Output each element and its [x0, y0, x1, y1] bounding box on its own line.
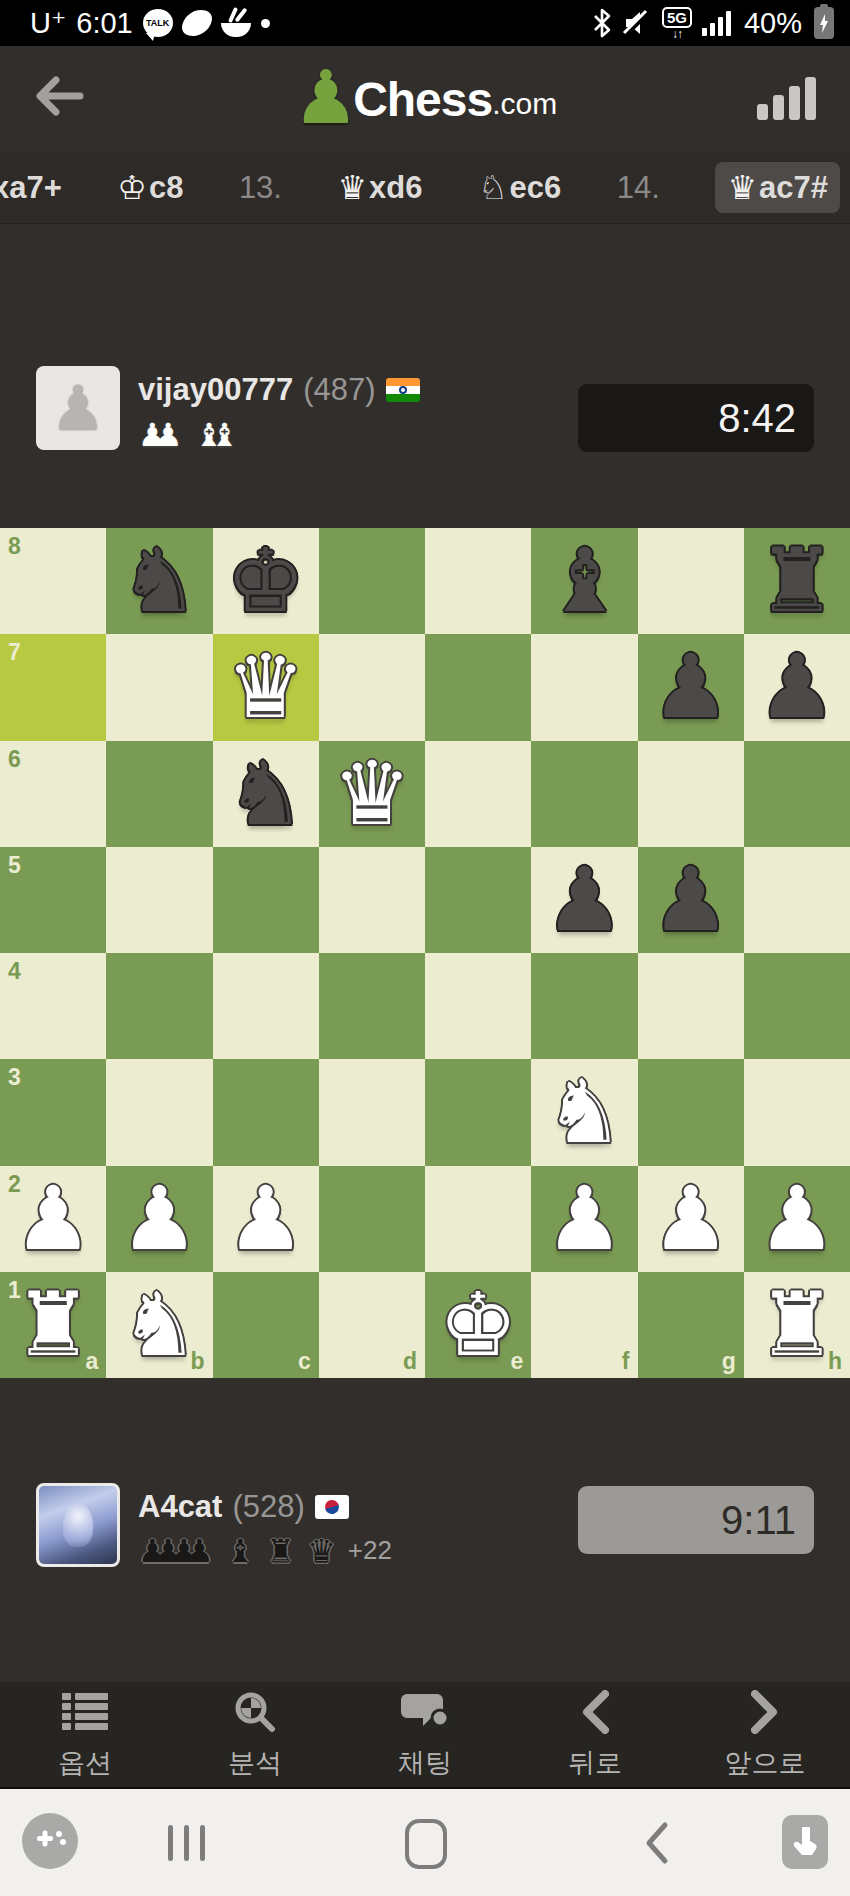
square-f8[interactable]: ♝	[531, 528, 637, 634]
square-b6[interactable]	[106, 741, 212, 847]
square-h1[interactable]: ♜h	[744, 1272, 850, 1378]
square-g8[interactable]	[638, 528, 744, 634]
swirl-notification-icon	[180, 6, 213, 39]
avatar-image	[63, 1503, 93, 1547]
piece-black-pawn[interactable]: ♟	[638, 847, 744, 953]
rank-label-3: 3	[8, 1064, 21, 1091]
piece-black-knight[interactable]: ♞	[106, 528, 212, 634]
recent-apps-button[interactable]	[168, 1825, 205, 1861]
piece-black-pawn[interactable]: ♟	[638, 634, 744, 740]
logo-text: Chess	[353, 72, 492, 127]
square-a8[interactable]: 8	[0, 528, 106, 634]
chat-bubbles-icon	[400, 1689, 450, 1735]
logo-tld-text: .com	[492, 87, 557, 121]
piece-white-pawn[interactable]: ♟	[106, 1166, 212, 1272]
square-h7[interactable]: ♟	[744, 634, 850, 740]
android-back-button[interactable]	[645, 1821, 669, 1869]
home-button[interactable]	[405, 1819, 447, 1869]
square-c6[interactable]: ♞	[213, 741, 319, 847]
move-back-button[interactable]: 뒤로	[520, 1689, 670, 1781]
food-app-notification-icon	[221, 9, 251, 37]
square-e3[interactable]	[425, 1059, 531, 1165]
file-label-f: f	[622, 1348, 630, 1375]
rank-label-5: 5	[8, 852, 21, 879]
notification-dot-icon	[261, 19, 270, 28]
square-f1[interactable]: f	[531, 1272, 637, 1378]
square-e6[interactable]	[425, 741, 531, 847]
square-c4[interactable]	[213, 953, 319, 1059]
square-g4[interactable]	[638, 953, 744, 1059]
square-e7[interactable]	[425, 634, 531, 740]
material-advantage: +22	[348, 1535, 392, 1569]
piece-black-pawn[interactable]: ♟	[531, 847, 637, 953]
square-h3[interactable]	[744, 1059, 850, 1165]
top-player-name: vijay00777	[138, 372, 293, 408]
square-a7[interactable]: 7	[0, 634, 106, 740]
file-label-b: b	[190, 1348, 204, 1375]
square-g7[interactable]: ♟	[638, 634, 744, 740]
top-player-captured-pieces: ♟♟ ♝♝	[138, 417, 239, 453]
kakaotalk-notification-icon: TALK	[143, 9, 173, 37]
square-f6[interactable]	[531, 741, 637, 847]
captured-bishop: ♝	[226, 1533, 255, 1569]
piece-white-pawn[interactable]: ♟	[638, 1166, 744, 1272]
top-player-avatar[interactable]: ♟	[36, 366, 120, 450]
rank-label-6: 6	[8, 746, 21, 773]
chat-label: 채팅	[398, 1745, 452, 1781]
captured-rook: ♜	[266, 1533, 295, 1569]
square-b2[interactable]: ♟	[106, 1166, 212, 1272]
default-pawn-avatar-icon: ♟	[50, 372, 106, 445]
square-b8[interactable]: ♞	[106, 528, 212, 634]
move-forward-button[interactable]: 앞으로	[690, 1689, 840, 1781]
square-a2[interactable]: ♟2	[0, 1166, 106, 1272]
move-back-label: 뒤로	[568, 1745, 622, 1781]
clock-time: 6:01	[76, 7, 132, 40]
square-h4[interactable]	[744, 953, 850, 1059]
bottom-player-clock: 9:11	[578, 1486, 814, 1554]
bottom-player-avatar[interactable]	[36, 1483, 120, 1567]
square-g5[interactable]: ♟	[638, 847, 744, 953]
square-a5[interactable]: 5	[0, 847, 106, 953]
bottom-player-rating: (528)	[232, 1489, 304, 1525]
game-launcher-button[interactable]	[22, 1813, 78, 1869]
piece-white-pawn[interactable]: ♟	[744, 1166, 850, 1272]
options-list-icon	[62, 1689, 108, 1735]
square-b5[interactable]	[106, 847, 212, 953]
square-f2[interactable]: ♟	[531, 1166, 637, 1272]
stats-bars-icon[interactable]	[757, 76, 816, 120]
chevron-left-icon	[581, 1689, 609, 1735]
file-label-h: h	[828, 1348, 842, 1375]
move-token[interactable]: ♘ec6	[478, 168, 561, 207]
piece-black-knight[interactable]: ♞	[213, 741, 319, 847]
move-number: 13.	[239, 170, 282, 206]
rank-label-2: 2	[8, 1171, 21, 1198]
signal-strength-icon	[702, 8, 734, 38]
piece-white-queen[interactable]: ♛	[319, 741, 425, 847]
square-h8[interactable]: ♜	[744, 528, 850, 634]
square-h5[interactable]	[744, 847, 850, 953]
square-e4[interactable]	[425, 953, 531, 1059]
piece-black-bishop[interactable]: ♝	[531, 528, 637, 634]
piece-black-pawn[interactable]: ♟	[744, 634, 850, 740]
square-d1[interactable]: d	[319, 1272, 425, 1378]
square-d6[interactable]: ♛	[319, 741, 425, 847]
square-d4[interactable]	[319, 953, 425, 1059]
square-g6[interactable]	[638, 741, 744, 847]
move-token[interactable]: xa7+	[0, 170, 62, 206]
options-button[interactable]: 옵션	[10, 1689, 160, 1781]
square-e1[interactable]: ♚e	[425, 1272, 531, 1378]
options-label: 옵션	[58, 1745, 112, 1781]
captured-queen: ♛	[307, 1533, 336, 1569]
piece-white-knight[interactable]: ♞	[531, 1059, 637, 1165]
rank-label-4: 4	[8, 958, 21, 985]
square-d2[interactable]	[319, 1166, 425, 1272]
file-label-g: g	[722, 1348, 736, 1375]
file-label-d: d	[403, 1348, 417, 1375]
square-f7[interactable]	[531, 634, 637, 740]
square-f5[interactable]: ♟	[531, 847, 637, 953]
square-e2[interactable]	[425, 1166, 531, 1272]
square-g2[interactable]: ♟	[638, 1166, 744, 1272]
battery-charging-icon	[814, 7, 834, 39]
square-c2[interactable]: ♟	[213, 1166, 319, 1272]
top-player-rating: (487)	[303, 372, 375, 408]
bluetooth-icon	[592, 8, 612, 38]
5g-network-icon: 5G ↓↑	[662, 7, 692, 40]
piece-white-queen[interactable]: ♛	[213, 634, 319, 740]
chess-board: 8♞♚♝♜7♛♟♟6♞♛5♟♟43♞♟2♟♟♟♟♟♜1a♞bcd♚efg♜h	[0, 528, 850, 1378]
piece-white-pawn[interactable]: ♟	[213, 1166, 319, 1272]
move-token[interactable]: ♛xd6	[337, 168, 422, 207]
move-forward-label: 앞으로	[725, 1745, 806, 1781]
square-h2[interactable]: ♟	[744, 1166, 850, 1272]
file-label-a: a	[85, 1348, 98, 1375]
square-a3[interactable]: 3	[0, 1059, 106, 1165]
square-c8[interactable]: ♚	[213, 528, 319, 634]
square-c3[interactable]	[213, 1059, 319, 1165]
square-b7[interactable]	[106, 634, 212, 740]
status-bar: U⁺ 6:01 TALK 5G ↓↑ 40%	[0, 0, 850, 46]
square-g1[interactable]: g	[638, 1272, 744, 1378]
top-player-name-row[interactable]: vijay00777 (487)	[138, 372, 420, 408]
south-korea-flag-icon	[315, 1495, 349, 1519]
bottom-player-captured-pieces: ♟♟♟♟ ♝ ♜ ♛ +22	[138, 1533, 392, 1569]
square-a6[interactable]: 6	[0, 741, 106, 847]
square-d7[interactable]	[319, 634, 425, 740]
move-list: xa7+ ♔c8 13. ♛xd6 ♘ec6 14. ♛ac7#	[0, 152, 850, 224]
square-d5[interactable]	[319, 847, 425, 953]
bottom-player-name-row[interactable]: A4cat (528)	[138, 1489, 349, 1525]
square-e8[interactable]	[425, 528, 531, 634]
move-token[interactable]: ♔c8	[117, 168, 183, 207]
square-c5[interactable]	[213, 847, 319, 953]
file-label-e: e	[510, 1348, 523, 1375]
captured-bishops: ♝♝	[194, 417, 238, 453]
chat-button[interactable]: 채팅	[350, 1689, 500, 1781]
bottom-player-name: A4cat	[138, 1489, 222, 1525]
square-a4[interactable]: 4	[0, 953, 106, 1059]
square-b4[interactable]	[106, 953, 212, 1059]
move-number: 14.	[617, 170, 660, 206]
rank-label-1: 1	[8, 1277, 21, 1304]
analysis-button[interactable]: 분석	[180, 1689, 330, 1781]
square-c1[interactable]: c	[213, 1272, 319, 1378]
square-h6[interactable]	[744, 741, 850, 847]
carrier-label: U⁺	[30, 6, 66, 40]
logo-pawn-icon: ♟	[293, 60, 359, 134]
square-g3[interactable]	[638, 1059, 744, 1165]
captured-pawns: ♟♟♟♟	[138, 1533, 214, 1569]
file-label-c: c	[298, 1348, 311, 1375]
analysis-label: 분석	[228, 1745, 282, 1781]
touch-assistant-button[interactable]	[782, 1815, 828, 1869]
rank-label-7: 7	[8, 639, 21, 666]
top-player-clock: 8:42	[578, 384, 814, 452]
square-d3[interactable]	[319, 1059, 425, 1165]
square-b1[interactable]: ♞b	[106, 1272, 212, 1378]
game-bottom-nav: 옵션 분석 채팅 뒤로 앞으로	[0, 1682, 850, 1789]
piece-white-pawn[interactable]: ♟	[531, 1166, 637, 1272]
square-d8[interactable]	[319, 528, 425, 634]
chesscom-logo: ♟ Chess .com	[0, 46, 850, 152]
square-e5[interactable]	[425, 847, 531, 953]
battery-percentage: 40%	[744, 7, 802, 40]
square-f3[interactable]: ♞	[531, 1059, 637, 1165]
current-move-token[interactable]: ♛ac7#	[715, 162, 840, 213]
square-a1[interactable]: ♜1a	[0, 1272, 106, 1378]
chevron-right-icon	[751, 1689, 779, 1735]
app-header: ♟ Chess .com	[0, 46, 850, 152]
square-b3[interactable]	[106, 1059, 212, 1165]
rank-label-8: 8	[8, 533, 21, 560]
square-f4[interactable]	[531, 953, 637, 1059]
mute-icon	[622, 8, 652, 38]
analysis-magnifier-icon	[233, 1689, 277, 1735]
phone-screen: U⁺ 6:01 TALK 5G ↓↑ 40%	[0, 0, 850, 1896]
india-flag-icon	[386, 378, 420, 402]
piece-black-king[interactable]: ♚	[213, 528, 319, 634]
piece-black-rook[interactable]: ♜	[744, 528, 850, 634]
android-navbar	[0, 1789, 850, 1896]
square-c7[interactable]: ♛	[213, 634, 319, 740]
captured-pawns: ♟♟	[138, 417, 182, 453]
